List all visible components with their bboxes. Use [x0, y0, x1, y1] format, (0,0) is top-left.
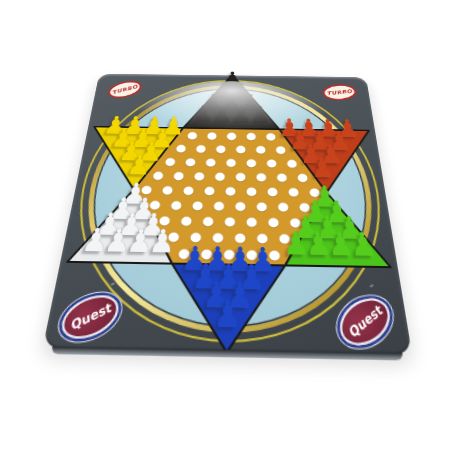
hole	[204, 186, 214, 195]
cell-r8-c6[interactable]	[261, 184, 282, 199]
cell-r7-c3[interactable]	[189, 169, 210, 184]
hole	[176, 144, 186, 152]
cell-r7-c4[interactable]	[209, 169, 230, 184]
cell-r3-c0[interactable]: ♟	[192, 117, 212, 130]
cell-r10-c3[interactable]	[174, 213, 197, 229]
hole	[153, 171, 164, 179]
cell-r7-c6[interactable]	[251, 170, 272, 185]
hole	[207, 132, 217, 140]
cell-r4-c6[interactable]	[221, 130, 241, 143]
hole	[214, 201, 224, 210]
hole	[165, 158, 175, 166]
hole	[187, 132, 197, 140]
board-mat: ♟♟♟♟♟♟♟♟♟♟♟♟♟♟♟♟♟♟♟♟♟♟♟♟♟♟♟♟♟♟♟♟♟♟♟♟♟♟♟♟…	[43, 74, 413, 355]
hole	[256, 146, 266, 154]
cell-r4-c4[interactable]	[182, 129, 202, 142]
hole	[256, 173, 266, 182]
hole	[277, 173, 287, 182]
cell-r3-c2[interactable]: ♟	[231, 117, 250, 130]
cell-r9-c5[interactable]	[230, 198, 252, 214]
peg-blue: ♟	[213, 295, 242, 333]
hole	[246, 132, 255, 140]
cell-r12-c3[interactable]: ♟	[149, 245, 173, 262]
hole	[235, 202, 245, 211]
cell-r8-c2[interactable]	[177, 183, 199, 198]
cell-r5-c6[interactable]	[231, 142, 251, 156]
hole	[286, 159, 296, 167]
cell-r4-c5[interactable]	[201, 129, 221, 142]
hole	[246, 159, 256, 167]
cell-r8-c3[interactable]	[198, 183, 220, 198]
cell-r4-c7[interactable]	[241, 130, 261, 143]
cell-r4-c8[interactable]	[260, 130, 280, 143]
cell-r3-c3[interactable]: ♟	[251, 117, 271, 130]
cell-r7-c1[interactable]	[147, 168, 169, 182]
cell-r16-c0[interactable]: ♟	[215, 318, 240, 338]
quest-logo-text: Quest	[68, 301, 113, 333]
cell-r5-c5[interactable]	[211, 142, 231, 156]
cell-r12-c12[interactable]: ♟	[352, 248, 377, 266]
peg-red: ♟	[309, 154, 335, 181]
cell-r6-c2[interactable]	[159, 155, 181, 169]
hole	[236, 172, 246, 181]
cell-r5-c7[interactable]	[251, 143, 271, 157]
hole	[297, 173, 307, 182]
cell-r9-c7[interactable]	[272, 199, 294, 215]
hole	[246, 217, 256, 226]
cell-r7-c7[interactable]	[271, 170, 292, 185]
hole	[224, 217, 235, 226]
cell-r7-c5[interactable]	[230, 169, 251, 184]
cell-r8-c4[interactable]	[219, 184, 240, 199]
cell-r9-c3[interactable]	[186, 198, 208, 214]
cell-r5-c4[interactable]	[191, 142, 212, 156]
hole	[288, 188, 299, 197]
game-board: ♟♟♟♟♟♟♟♟♟♟♟♟♟♟♟♟♟♟♟♟♟♟♟♟♟♟♟♟♟♟♟♟♟♟♟♟♟♟♟♟…	[43, 74, 413, 355]
hole	[183, 186, 194, 195]
cell-r5-c3[interactable]	[170, 142, 191, 156]
hole	[216, 145, 226, 153]
cell-r9-c6[interactable]	[251, 199, 273, 215]
cell-r6-c3[interactable]	[179, 155, 200, 169]
product-photo: ♟♟♟♟♟♟♟♟♟♟♟♟♟♟♟♟♟♟♟♟♟♟♟♟♟♟♟♟♟♟♟♟♟♟♟♟♟♟♟♟…	[0, 0, 450, 450]
cell-r10-c7[interactable]	[262, 214, 284, 230]
hole	[226, 132, 235, 140]
turbo-logo-text: TURBO	[326, 88, 353, 96]
cell-r6-c6[interactable]	[241, 156, 261, 170]
hole	[194, 172, 204, 180]
cell-r8-c5[interactable]	[240, 184, 261, 199]
hole	[192, 201, 203, 210]
hole	[180, 216, 191, 225]
cell-r8-c7[interactable]	[282, 184, 304, 199]
hole	[266, 133, 276, 141]
hole	[236, 145, 246, 153]
cell-r9-c4[interactable]	[208, 198, 230, 214]
cell-r3-c1[interactable]: ♟	[212, 117, 232, 130]
hole	[205, 158, 215, 166]
hole	[225, 187, 235, 196]
hole	[276, 146, 286, 154]
hole	[246, 187, 256, 196]
cell-r9-c2[interactable]	[165, 197, 188, 213]
peg-black: ♟	[249, 103, 271, 127]
hole	[257, 202, 267, 211]
hole	[196, 145, 206, 153]
hole	[185, 158, 195, 166]
cell-r7-c2[interactable]	[168, 169, 190, 183]
cell-r6-c4[interactable]	[200, 155, 221, 169]
hole	[162, 186, 173, 195]
hole	[266, 159, 276, 167]
turbo-logo-text: TURBO	[111, 84, 138, 95]
cell-r10-c5[interactable]	[218, 214, 240, 230]
quest-logo-text: Quest	[344, 303, 385, 340]
hole	[215, 172, 225, 181]
hole	[226, 158, 236, 166]
hole	[267, 187, 277, 196]
cell-r10-c6[interactable]	[240, 214, 262, 230]
hole	[202, 216, 213, 225]
cell-r6-c5[interactable]	[220, 156, 241, 170]
hole	[173, 172, 184, 180]
hole	[171, 201, 182, 210]
cell-r6-c7[interactable]	[261, 156, 282, 170]
peg-green: ♟	[348, 228, 378, 261]
hole	[268, 217, 279, 226]
hole	[278, 202, 289, 211]
cell-r8-c1[interactable]	[156, 183, 178, 198]
cell-r10-c4[interactable]	[196, 213, 218, 229]
